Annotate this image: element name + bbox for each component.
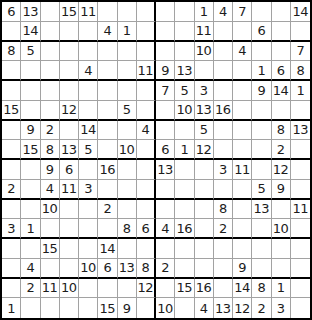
cell-r11c14-given[interactable]: 13 (252, 200, 271, 220)
cell-r7c15-given[interactable]: 8 (272, 121, 291, 141)
cell-r1c6-empty[interactable] (98, 2, 117, 22)
cell-r9c9-given[interactable]: 13 (156, 160, 175, 180)
cell-r12c5-empty[interactable] (79, 219, 98, 239)
cell-r5c12-empty[interactable] (214, 81, 233, 101)
cell-r16c6-given[interactable]: 15 (98, 298, 117, 318)
cell-r10c15-given[interactable]: 9 (272, 180, 291, 200)
cell-r3c4-empty[interactable] (60, 42, 79, 62)
cell-r5c15-given[interactable]: 14 (272, 81, 291, 101)
cell-r1c2-given[interactable]: 13 (21, 2, 40, 22)
cell-r6c4-given[interactable]: 12 (60, 101, 79, 121)
cell-r15c13-given[interactable]: 14 (233, 279, 252, 299)
cell-r2c3-empty[interactable] (41, 22, 60, 42)
cell-r12c13-empty[interactable] (233, 219, 252, 239)
cell-r7c10-empty[interactable] (175, 121, 194, 141)
cell-r3c14-empty[interactable] (252, 42, 271, 62)
cell-r5c16-given[interactable]: 1 (291, 81, 310, 101)
cell-r5c4-empty[interactable] (60, 81, 79, 101)
cell-r13c2-empty[interactable] (21, 239, 40, 259)
cell-r8c4-given[interactable]: 13 (60, 140, 79, 160)
cell-r5c7-empty[interactable] (118, 81, 137, 101)
cell-r6c14-empty[interactable] (252, 101, 271, 121)
cell-r12c6-empty[interactable] (98, 219, 117, 239)
cell-r2c12-empty[interactable] (214, 22, 233, 42)
cell-r5c13-empty[interactable] (233, 81, 252, 101)
cell-r12c16-empty[interactable] (291, 219, 310, 239)
cell-r14c5-given[interactable]: 10 (79, 259, 98, 279)
cell-r10c9-empty[interactable] (156, 180, 175, 200)
cell-r5c5-empty[interactable] (79, 81, 98, 101)
cell-r13c3-given[interactable]: 15 (41, 239, 60, 259)
cell-r10c3-given[interactable]: 4 (41, 180, 60, 200)
cell-r9c4-given[interactable]: 6 (60, 160, 79, 180)
cell-r10c13-empty[interactable] (233, 180, 252, 200)
cell-r13c8-empty[interactable] (137, 239, 156, 259)
cell-r1c16-given[interactable]: 14 (291, 2, 310, 22)
cell-r2c7-given[interactable]: 1 (118, 22, 137, 42)
cell-r4c13-empty[interactable] (233, 61, 252, 81)
cell-r16c10-empty[interactable] (175, 298, 194, 318)
cell-r7c1-empty[interactable] (2, 121, 21, 141)
cell-r2c8-empty[interactable] (137, 22, 156, 42)
cell-r6c12-given[interactable]: 16 (214, 101, 233, 121)
cell-r13c14-empty[interactable] (252, 239, 271, 259)
cell-r8c3-given[interactable]: 8 (41, 140, 60, 160)
cell-r13c7-empty[interactable] (118, 239, 137, 259)
cell-r14c6-given[interactable]: 6 (98, 259, 117, 279)
cell-r16c16-empty[interactable] (291, 298, 310, 318)
cell-r1c9-empty[interactable] (156, 2, 175, 22)
cell-r3c12-empty[interactable] (214, 42, 233, 62)
cell-r7c14-empty[interactable] (252, 121, 271, 141)
cell-r4c16-given[interactable]: 8 (291, 61, 310, 81)
cell-r10c6-empty[interactable] (98, 180, 117, 200)
cell-r16c8-empty[interactable] (137, 298, 156, 318)
cell-r15c10-given[interactable]: 15 (175, 279, 194, 299)
cell-r7c6-empty[interactable] (98, 121, 117, 141)
cell-r8c8-empty[interactable] (137, 140, 156, 160)
cell-r12c8-given[interactable]: 6 (137, 219, 156, 239)
cell-r6c6-empty[interactable] (98, 101, 117, 121)
cell-r15c2-given[interactable]: 2 (21, 279, 40, 299)
cell-r5c1-empty[interactable] (2, 81, 21, 101)
cell-r10c2-empty[interactable] (21, 180, 40, 200)
cell-r3c7-empty[interactable] (118, 42, 137, 62)
cell-r6c13-empty[interactable] (233, 101, 252, 121)
cell-r5c9-given[interactable]: 7 (156, 81, 175, 101)
cell-r11c9-empty[interactable] (156, 200, 175, 220)
cell-r9c8-empty[interactable] (137, 160, 156, 180)
cell-r7c7-empty[interactable] (118, 121, 137, 141)
cell-r2c1-empty[interactable] (2, 22, 21, 42)
cell-r16c12-given[interactable]: 13 (214, 298, 233, 318)
cell-r14c7-given[interactable]: 13 (118, 259, 137, 279)
cell-r8c14-empty[interactable] (252, 140, 271, 160)
cell-r14c4-empty[interactable] (60, 259, 79, 279)
cell-r13c12-empty[interactable] (214, 239, 233, 259)
cell-r7c9-empty[interactable] (156, 121, 175, 141)
cell-r4c2-empty[interactable] (21, 61, 40, 81)
cell-r11c1-empty[interactable] (2, 200, 21, 220)
cell-r14c10-empty[interactable] (175, 259, 194, 279)
cell-r5c10-given[interactable]: 5 (175, 81, 194, 101)
cell-r7c16-given[interactable]: 13 (291, 121, 310, 141)
cell-r13c10-empty[interactable] (175, 239, 194, 259)
cell-r6c3-empty[interactable] (41, 101, 60, 121)
cell-r2c16-empty[interactable] (291, 22, 310, 42)
cell-r15c16-empty[interactable] (291, 279, 310, 299)
cell-r4c12-empty[interactable] (214, 61, 233, 81)
cell-r8c10-given[interactable]: 1 (175, 140, 194, 160)
cell-r1c13-given[interactable]: 7 (233, 2, 252, 22)
cell-r7c13-empty[interactable] (233, 121, 252, 141)
cell-r4c8-given[interactable]: 11 (137, 61, 156, 81)
cell-r10c8-empty[interactable] (137, 180, 156, 200)
cell-r4c4-empty[interactable] (60, 61, 79, 81)
cell-r16c1-given[interactable]: 1 (2, 298, 21, 318)
cell-r1c10-empty[interactable] (175, 2, 194, 22)
cell-r13c13-empty[interactable] (233, 239, 252, 259)
cell-r15c9-empty[interactable] (156, 279, 175, 299)
cell-r8c6-empty[interactable] (98, 140, 117, 160)
cell-r9c15-given[interactable]: 12 (272, 160, 291, 180)
cell-r7c2-given[interactable]: 9 (21, 121, 40, 141)
cell-r1c5-given[interactable]: 11 (79, 2, 98, 22)
cell-r1c12-given[interactable]: 4 (214, 2, 233, 22)
cell-r11c5-empty[interactable] (79, 200, 98, 220)
cell-r3c5-empty[interactable] (79, 42, 98, 62)
cell-r6c9-empty[interactable] (156, 101, 175, 121)
cell-r1c14-empty[interactable] (252, 2, 271, 22)
cell-r5c3-empty[interactable] (41, 81, 60, 101)
cell-r5c14-given[interactable]: 9 (252, 81, 271, 101)
cell-r14c2-given[interactable]: 4 (21, 259, 40, 279)
sudoku-board: 6131511147141441116851047411913168753914… (0, 0, 312, 320)
cell-r3c13-given[interactable]: 4 (233, 42, 252, 62)
cell-r3c9-empty[interactable] (156, 42, 175, 62)
cell-r6c8-empty[interactable] (137, 101, 156, 121)
cell-r12c12-given[interactable]: 2 (214, 219, 233, 239)
cell-r13c15-empty[interactable] (272, 239, 291, 259)
cell-r10c5-given[interactable]: 3 (79, 180, 98, 200)
cell-r9c3-given[interactable]: 9 (41, 160, 60, 180)
cell-r7c3-given[interactable]: 2 (41, 121, 60, 141)
cell-r7c11-given[interactable]: 5 (195, 121, 214, 141)
cell-r6c7-given[interactable]: 5 (118, 101, 137, 121)
cell-r8c2-given[interactable]: 15 (21, 140, 40, 160)
cell-r11c8-empty[interactable] (137, 200, 156, 220)
cell-r12c2-given[interactable]: 1 (21, 219, 40, 239)
cell-r12c3-empty[interactable] (41, 219, 60, 239)
cell-r2c15-empty[interactable] (272, 22, 291, 42)
cell-r8c5-given[interactable]: 5 (79, 140, 98, 160)
cell-r7c5-given[interactable]: 14 (79, 121, 98, 141)
cell-r16c15-given[interactable]: 3 (272, 298, 291, 318)
cell-r2c10-empty[interactable] (175, 22, 194, 42)
cell-r9c14-empty[interactable] (252, 160, 271, 180)
cell-r4c3-empty[interactable] (41, 61, 60, 81)
cell-r12c9-given[interactable]: 4 (156, 219, 175, 239)
cell-r6c1-given[interactable]: 15 (2, 101, 21, 121)
cell-r14c11-empty[interactable] (195, 259, 214, 279)
cell-r16c2-empty[interactable] (21, 298, 40, 318)
cell-r2c9-empty[interactable] (156, 22, 175, 42)
cell-r6c11-given[interactable]: 13 (195, 101, 214, 121)
cell-r6c15-empty[interactable] (272, 101, 291, 121)
cell-r10c1-given[interactable]: 2 (2, 180, 21, 200)
cell-r13c6-given[interactable]: 14 (98, 239, 117, 259)
cell-r8c9-given[interactable]: 6 (156, 140, 175, 160)
cell-r11c4-empty[interactable] (60, 200, 79, 220)
cell-r13c9-empty[interactable] (156, 239, 175, 259)
cell-r2c14-given[interactable]: 6 (252, 22, 271, 42)
cell-r2c4-empty[interactable] (60, 22, 79, 42)
cell-r11c12-given[interactable]: 8 (214, 200, 233, 220)
cell-r2c5-empty[interactable] (79, 22, 98, 42)
cell-r11c15-empty[interactable] (272, 200, 291, 220)
cell-r9c1-empty[interactable] (2, 160, 21, 180)
cell-r4c14-given[interactable]: 1 (252, 61, 271, 81)
cell-r15c15-given[interactable]: 1 (272, 279, 291, 299)
cell-r9c6-given[interactable]: 16 (98, 160, 117, 180)
cell-r12c7-given[interactable]: 8 (118, 219, 137, 239)
cell-r11c6-given[interactable]: 2 (98, 200, 117, 220)
cell-r8c16-empty[interactable] (291, 140, 310, 160)
cell-r14c9-given[interactable]: 2 (156, 259, 175, 279)
cell-r14c15-empty[interactable] (272, 259, 291, 279)
cell-r10c14-given[interactable]: 5 (252, 180, 271, 200)
cell-r3c8-empty[interactable] (137, 42, 156, 62)
cell-r10c16-empty[interactable] (291, 180, 310, 200)
cell-r16c3-empty[interactable] (41, 298, 60, 318)
cell-r14c8-given[interactable]: 8 (137, 259, 156, 279)
cell-r15c1-empty[interactable] (2, 279, 21, 299)
cell-r1c3-empty[interactable] (41, 2, 60, 22)
cell-r16c14-given[interactable]: 2 (252, 298, 271, 318)
cell-r15c4-given[interactable]: 10 (60, 279, 79, 299)
cell-r12c1-given[interactable]: 3 (2, 219, 21, 239)
cell-r14c3-empty[interactable] (41, 259, 60, 279)
cell-r9c11-empty[interactable] (195, 160, 214, 180)
cell-r8c13-empty[interactable] (233, 140, 252, 160)
cell-r11c16-given[interactable]: 11 (291, 200, 310, 220)
cell-r16c4-empty[interactable] (60, 298, 79, 318)
cell-r10c7-empty[interactable] (118, 180, 137, 200)
cell-r6c16-empty[interactable] (291, 101, 310, 121)
cell-r3c1-given[interactable]: 8 (2, 42, 21, 62)
cell-r8c7-given[interactable]: 10 (118, 140, 137, 160)
cell-r6c10-given[interactable]: 10 (175, 101, 194, 121)
cell-r12c11-empty[interactable] (195, 219, 214, 239)
cell-r3c16-given[interactable]: 7 (291, 42, 310, 62)
cell-r7c12-empty[interactable] (214, 121, 233, 141)
cell-r9c5-empty[interactable] (79, 160, 98, 180)
cell-r1c8-empty[interactable] (137, 2, 156, 22)
cell-r5c11-given[interactable]: 3 (195, 81, 214, 101)
cell-r14c1-empty[interactable] (2, 259, 21, 279)
cell-r5c6-empty[interactable] (98, 81, 117, 101)
cell-r16c13-given[interactable]: 12 (233, 298, 252, 318)
cell-r10c10-empty[interactable] (175, 180, 194, 200)
cell-r13c5-empty[interactable] (79, 239, 98, 259)
cell-r6c2-empty[interactable] (21, 101, 40, 121)
cell-r11c10-empty[interactable] (175, 200, 194, 220)
cell-r8c1-empty[interactable] (2, 140, 21, 160)
cell-r7c4-empty[interactable] (60, 121, 79, 141)
cell-r12c15-given[interactable]: 10 (272, 219, 291, 239)
cell-r5c2-empty[interactable] (21, 81, 40, 101)
cell-r16c5-empty[interactable] (79, 298, 98, 318)
cell-r8c11-given[interactable]: 12 (195, 140, 214, 160)
cell-r7c8-given[interactable]: 4 (137, 121, 156, 141)
cell-r15c8-given[interactable]: 12 (137, 279, 156, 299)
cell-r3c11-given[interactable]: 10 (195, 42, 214, 62)
cell-r3c15-empty[interactable] (272, 42, 291, 62)
cell-r9c13-given[interactable]: 11 (233, 160, 252, 180)
cell-r3c6-empty[interactable] (98, 42, 117, 62)
cell-r4c5-given[interactable]: 4 (79, 61, 98, 81)
cell-r9c16-empty[interactable] (291, 160, 310, 180)
cell-r5c8-empty[interactable] (137, 81, 156, 101)
cell-r12c10-given[interactable]: 16 (175, 219, 194, 239)
cell-r2c6-given[interactable]: 4 (98, 22, 117, 42)
cell-r1c1-given[interactable]: 6 (2, 2, 21, 22)
cell-r4c10-given[interactable]: 13 (175, 61, 194, 81)
cell-r9c7-empty[interactable] (118, 160, 137, 180)
cell-r14c13-given[interactable]: 9 (233, 259, 252, 279)
cell-r13c4-empty[interactable] (60, 239, 79, 259)
cell-r15c6-empty[interactable] (98, 279, 117, 299)
cell-r1c11-given[interactable]: 1 (195, 2, 214, 22)
cell-r4c15-given[interactable]: 6 (272, 61, 291, 81)
cell-r3c10-empty[interactable] (175, 42, 194, 62)
cell-r11c11-empty[interactable] (195, 200, 214, 220)
cell-r16c11-given[interactable]: 4 (195, 298, 214, 318)
cell-r15c12-empty[interactable] (214, 279, 233, 299)
cell-r3c3-empty[interactable] (41, 42, 60, 62)
cell-r14c16-empty[interactable] (291, 259, 310, 279)
cell-r9c12-given[interactable]: 3 (214, 160, 233, 180)
cell-r8c12-empty[interactable] (214, 140, 233, 160)
cell-r4c9-given[interactable]: 9 (156, 61, 175, 81)
cell-r12c4-empty[interactable] (60, 219, 79, 239)
cell-r13c11-empty[interactable] (195, 239, 214, 259)
cell-r4c11-empty[interactable] (195, 61, 214, 81)
cell-r6c5-empty[interactable] (79, 101, 98, 121)
cell-r8c15-given[interactable]: 2 (272, 140, 291, 160)
cell-r1c4-given[interactable]: 15 (60, 2, 79, 22)
cell-r4c1-empty[interactable] (2, 61, 21, 81)
cell-r12c14-empty[interactable] (252, 219, 271, 239)
cell-r9c10-empty[interactable] (175, 160, 194, 180)
cell-r10c4-given[interactable]: 11 (60, 180, 79, 200)
cell-r15c7-empty[interactable] (118, 279, 137, 299)
cell-r15c11-given[interactable]: 16 (195, 279, 214, 299)
cell-r14c12-empty[interactable] (214, 259, 233, 279)
cell-r11c2-empty[interactable] (21, 200, 40, 220)
cell-r15c5-empty[interactable] (79, 279, 98, 299)
cell-r13c16-empty[interactable] (291, 239, 310, 259)
cell-r9c2-empty[interactable] (21, 160, 40, 180)
cell-r16c9-given[interactable]: 10 (156, 298, 175, 318)
cell-r2c11-given[interactable]: 11 (195, 22, 214, 42)
cell-r16c7-given[interactable]: 9 (118, 298, 137, 318)
cell-r15c3-given[interactable]: 11 (41, 279, 60, 299)
cell-r11c13-empty[interactable] (233, 200, 252, 220)
cell-r2c2-given[interactable]: 14 (21, 22, 40, 42)
cell-r4c6-empty[interactable] (98, 61, 117, 81)
cell-r15c14-given[interactable]: 8 (252, 279, 271, 299)
cell-r3c2-given[interactable]: 5 (21, 42, 40, 62)
cell-r4c7-empty[interactable] (118, 61, 137, 81)
cell-r11c7-empty[interactable] (118, 200, 137, 220)
cell-r1c15-empty[interactable] (272, 2, 291, 22)
cell-r1c7-empty[interactable] (118, 2, 137, 22)
cell-r13c1-empty[interactable] (2, 239, 21, 259)
cell-r10c11-empty[interactable] (195, 180, 214, 200)
cell-r10c12-empty[interactable] (214, 180, 233, 200)
cell-r11c3-given[interactable]: 10 (41, 200, 60, 220)
cell-r2c13-empty[interactable] (233, 22, 252, 42)
cell-r14c14-empty[interactable] (252, 259, 271, 279)
